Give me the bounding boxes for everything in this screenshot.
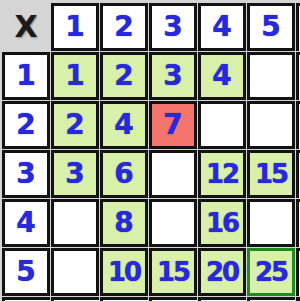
grid-cell-r1c2[interactable]: 2 bbox=[100, 52, 148, 100]
grid-cell-r2c3[interactable]: 7 bbox=[149, 101, 197, 149]
grid-cell-r1c4[interactable]: 4 bbox=[198, 52, 246, 100]
cropped-corner-sliver bbox=[296, 297, 300, 301]
cropped-row-sliver bbox=[149, 297, 197, 301]
cropped-column-sliver bbox=[296, 52, 300, 100]
col-header-1: 1 bbox=[51, 3, 99, 51]
col-header-2: 2 bbox=[100, 3, 148, 51]
grid-cell-r5c3[interactable]: 15 bbox=[149, 248, 197, 296]
row-header-1: 1 bbox=[2, 52, 50, 100]
cropped-row-sliver bbox=[247, 297, 295, 301]
multiplication-board: X1234511234224733612154816510152025 bbox=[0, 0, 300, 302]
grid-cell-r3c3[interactable] bbox=[149, 150, 197, 198]
corner-cell: X bbox=[2, 3, 50, 51]
row-header-3: 3 bbox=[2, 150, 50, 198]
row-header-2: 2 bbox=[2, 101, 50, 149]
grid-cell-r3c2[interactable]: 6 bbox=[100, 150, 148, 198]
grid-cell-r3c5[interactable]: 15 bbox=[247, 150, 295, 198]
cropped-row-sliver bbox=[51, 297, 99, 301]
grid-cell-r5c2[interactable]: 10 bbox=[100, 248, 148, 296]
col-header-3: 3 bbox=[149, 3, 197, 51]
cropped-column-sliver bbox=[296, 101, 300, 149]
cropped-column-sliver bbox=[296, 248, 300, 296]
grid-cell-r5c1[interactable] bbox=[51, 248, 99, 296]
grid-cell-r2c2[interactable]: 4 bbox=[100, 101, 148, 149]
col-header-4: 4 bbox=[198, 3, 246, 51]
grid-cell-r1c5[interactable] bbox=[247, 52, 295, 100]
grid-cell-r5c5[interactable]: 25 bbox=[247, 248, 295, 296]
grid-cell-r5c4[interactable]: 20 bbox=[198, 248, 246, 296]
cropped-column-sliver bbox=[296, 3, 300, 51]
cropped-column-sliver bbox=[296, 150, 300, 198]
grid-cell-r2c1[interactable]: 2 bbox=[51, 101, 99, 149]
grid-cell-r2c5[interactable] bbox=[247, 101, 295, 149]
grid-cell-r1c1[interactable]: 1 bbox=[51, 52, 99, 100]
cropped-row-sliver bbox=[198, 297, 246, 301]
col-header-5: 5 bbox=[247, 3, 295, 51]
grid-cell-r1c3[interactable]: 3 bbox=[149, 52, 197, 100]
row-header-5: 5 bbox=[2, 248, 50, 296]
grid-cell-r4c2[interactable]: 8 bbox=[100, 199, 148, 247]
row-header-4: 4 bbox=[2, 199, 50, 247]
grid-cell-r4c1[interactable] bbox=[51, 199, 99, 247]
cropped-column-sliver bbox=[296, 199, 300, 247]
grid-cell-r3c4[interactable]: 12 bbox=[198, 150, 246, 198]
cropped-row-sliver bbox=[2, 297, 50, 301]
grid-cell-r3c1[interactable]: 3 bbox=[51, 150, 99, 198]
cropped-row-sliver bbox=[100, 297, 148, 301]
grid-cell-r2c4[interactable] bbox=[198, 101, 246, 149]
grid-cell-r4c4[interactable]: 16 bbox=[198, 199, 246, 247]
grid-cell-r4c3[interactable] bbox=[149, 199, 197, 247]
grid-cell-r4c5[interactable] bbox=[247, 199, 295, 247]
